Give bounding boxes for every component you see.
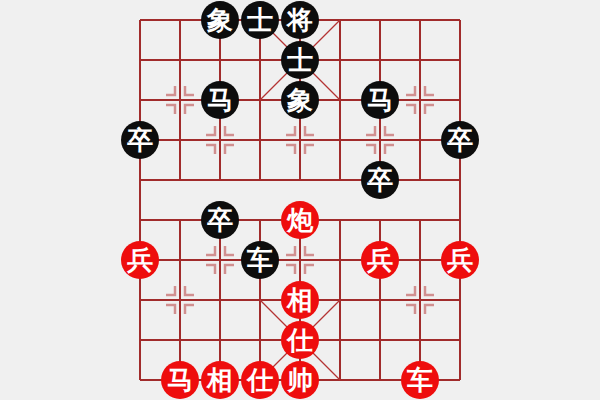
piece-black-soldier[interactable]: 卒 — [201, 201, 239, 239]
piece-black-chariot[interactable]: 车 — [241, 241, 279, 279]
piece-black-soldier[interactable]: 卒 — [361, 161, 399, 199]
xiangqi-board: 象士将士马象马卒卒卒卒车炮兵兵兵相仕马相仕帅车 — [0, 0, 600, 400]
board-cell: 炮 — [280, 200, 320, 240]
board-cell: 象 — [280, 80, 320, 120]
board-cell: 仕 — [240, 360, 280, 400]
piece-red-advisor[interactable]: 仕 — [241, 361, 279, 399]
board-cell: 马 — [360, 80, 400, 120]
board-cell: 相 — [280, 280, 320, 320]
piece-grid[interactable]: 象士将士马象马卒卒卒卒车炮兵兵兵相仕马相仕帅车 — [120, 0, 480, 400]
board-cell: 马 — [160, 360, 200, 400]
piece-red-soldier[interactable]: 兵 — [441, 241, 479, 279]
board-cell: 兵 — [440, 240, 480, 280]
piece-red-elephant[interactable]: 相 — [201, 361, 239, 399]
board-cell: 卒 — [440, 120, 480, 160]
board-cell: 帅 — [280, 360, 320, 400]
piece-black-soldier[interactable]: 卒 — [121, 121, 159, 159]
piece-black-soldier[interactable]: 卒 — [441, 121, 479, 159]
board-cell: 卒 — [200, 200, 240, 240]
piece-red-cannon[interactable]: 炮 — [281, 201, 319, 239]
board-cell: 将 — [280, 0, 320, 40]
piece-red-soldier[interactable]: 兵 — [361, 241, 399, 279]
board-cell: 马 — [200, 80, 240, 120]
board-cell: 相 — [200, 360, 240, 400]
piece-black-advisor[interactable]: 士 — [281, 41, 319, 79]
board-cell: 卒 — [120, 120, 160, 160]
piece-black-horse[interactable]: 马 — [361, 81, 399, 119]
board-cell: 仕 — [280, 320, 320, 360]
piece-black-elephant[interactable]: 象 — [281, 81, 319, 119]
piece-red-elephant[interactable]: 相 — [281, 281, 319, 319]
piece-black-general[interactable]: 将 — [281, 1, 319, 39]
board-cell: 车 — [240, 240, 280, 280]
board-cell: 象 — [200, 0, 240, 40]
piece-black-elephant[interactable]: 象 — [201, 1, 239, 39]
piece-black-advisor[interactable]: 士 — [241, 1, 279, 39]
piece-red-chariot[interactable]: 车 — [401, 361, 439, 399]
board-cell: 兵 — [360, 240, 400, 280]
piece-red-soldier[interactable]: 兵 — [121, 241, 159, 279]
board-cell: 士 — [240, 0, 280, 40]
board-cell: 兵 — [120, 240, 160, 280]
piece-red-horse[interactable]: 马 — [161, 361, 199, 399]
piece-red-general[interactable]: 帅 — [281, 361, 319, 399]
board-cell: 士 — [280, 40, 320, 80]
board-cell: 卒 — [360, 160, 400, 200]
piece-black-horse[interactable]: 马 — [201, 81, 239, 119]
board-cell: 车 — [400, 360, 440, 400]
piece-red-advisor[interactable]: 仕 — [281, 321, 319, 359]
